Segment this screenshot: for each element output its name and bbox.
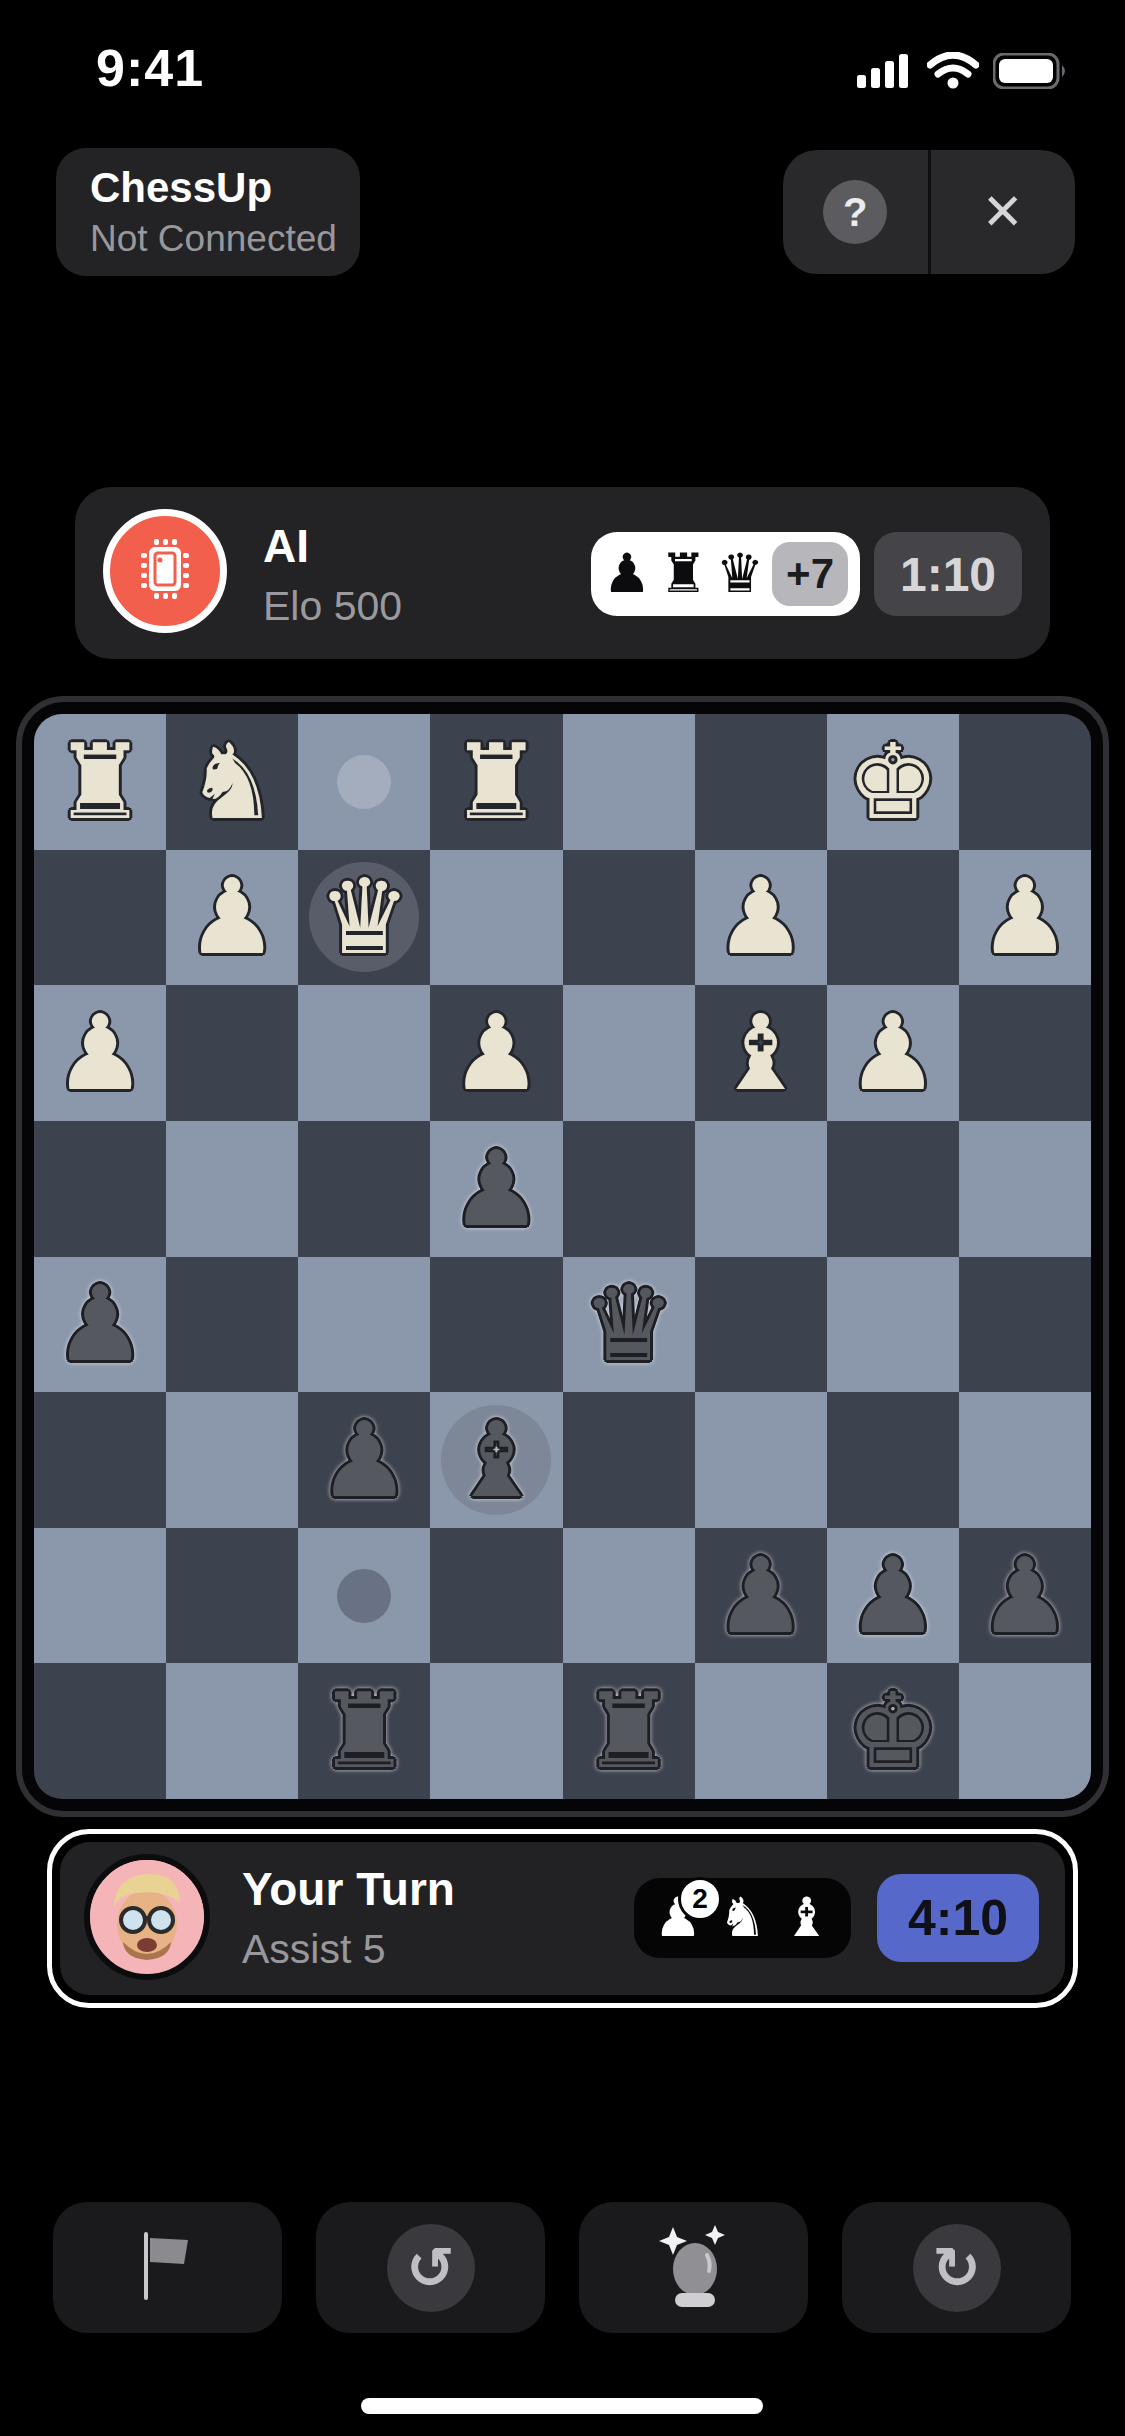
square-f1[interactable] xyxy=(298,714,430,850)
square-c1[interactable] xyxy=(695,714,827,850)
square-c3[interactable]: ♝ xyxy=(695,985,827,1121)
redo-arrow-icon: ↻ xyxy=(913,2224,1001,2312)
white-knight: ♞ xyxy=(186,730,279,834)
square-d1[interactable] xyxy=(563,714,695,850)
wifi-icon xyxy=(927,52,979,94)
square-h2[interactable] xyxy=(34,850,166,986)
square-e1[interactable]: ♜ xyxy=(430,714,562,850)
captured-black-queen-icon: ♛ xyxy=(716,547,764,601)
player-avatar xyxy=(84,1854,210,1980)
square-f7[interactable] xyxy=(298,1528,430,1664)
square-e6[interactable]: ♝ xyxy=(430,1392,562,1528)
white-pawn: ♟ xyxy=(53,1001,146,1105)
square-e7[interactable] xyxy=(430,1528,562,1664)
square-d4[interactable] xyxy=(563,1121,695,1257)
square-d6[interactable] xyxy=(563,1392,695,1528)
captured-black-pawn-icon: ♟ xyxy=(603,547,651,601)
game-toolbar: ↺ ↻ xyxy=(53,2202,1072,2333)
pawn-count-badge: 2 xyxy=(678,1877,722,1921)
player-card-active-outline: Your Turn Assist 5 ♟ 2 ♞ ♝ 4:10 xyxy=(47,1829,1078,2008)
square-a6[interactable] xyxy=(959,1392,1091,1528)
square-g2[interactable]: ♟ xyxy=(166,850,298,986)
square-f8[interactable]: ♜ xyxy=(298,1663,430,1799)
undo-arrow-icon: ↺ xyxy=(387,2224,475,2312)
square-g6[interactable] xyxy=(166,1392,298,1528)
player-captured-tray: ♟ 2 ♞ ♝ xyxy=(634,1878,851,1958)
black-pawn: ♟ xyxy=(714,1544,807,1648)
material-advantage-badge: +7 xyxy=(772,542,848,606)
close-icon: ✕ xyxy=(982,183,1024,241)
white-pawn: ♟ xyxy=(186,865,279,969)
square-a2[interactable]: ♟ xyxy=(959,850,1091,986)
header-actions: ? ✕ xyxy=(783,150,1075,274)
opponent-avatar xyxy=(103,509,227,633)
player-clock: 4:10 xyxy=(877,1874,1039,1962)
opponent-name: AI xyxy=(263,519,309,573)
cpu-chip-icon xyxy=(132,536,198,606)
dot-dark-indicator xyxy=(337,1569,391,1623)
player-card: Your Turn Assist 5 ♟ 2 ♞ ♝ 4:10 xyxy=(60,1842,1065,1995)
square-g5[interactable] xyxy=(166,1257,298,1393)
square-h1[interactable]: ♜ xyxy=(34,714,166,850)
square-b7[interactable]: ♟ xyxy=(827,1528,959,1664)
square-h6[interactable] xyxy=(34,1392,166,1528)
black-pawn: ♟ xyxy=(846,1544,939,1648)
square-d5[interactable]: ♛ xyxy=(563,1257,695,1393)
square-g3[interactable] xyxy=(166,985,298,1121)
square-a3[interactable] xyxy=(959,985,1091,1121)
captured-white-knight-icon: ♞ xyxy=(718,1891,766,1945)
square-g4[interactable] xyxy=(166,1121,298,1257)
white-rook: ♜ xyxy=(450,730,543,834)
square-g1[interactable]: ♞ xyxy=(166,714,298,850)
opponent-rating: Elo 500 xyxy=(263,583,402,630)
help-button[interactable]: ? xyxy=(783,150,928,274)
square-a4[interactable] xyxy=(959,1121,1091,1257)
captured-black-rook-icon: ♜ xyxy=(659,547,707,601)
square-b1[interactable]: ♚ xyxy=(827,714,959,850)
memoji-face-icon xyxy=(90,1858,204,1976)
cellular-signal-icon xyxy=(857,53,913,93)
square-e3[interactable]: ♟ xyxy=(430,985,562,1121)
close-button[interactable]: ✕ xyxy=(931,150,1076,274)
black-pawn: ♟ xyxy=(318,1408,411,1512)
square-c8[interactable] xyxy=(695,1663,827,1799)
square-b2[interactable] xyxy=(827,850,959,986)
square-f6[interactable]: ♟ xyxy=(298,1392,430,1528)
square-g7[interactable] xyxy=(166,1528,298,1664)
square-g8[interactable] xyxy=(166,1663,298,1799)
device-status-pill[interactable]: ChessUp Not Connected xyxy=(56,148,360,276)
square-e8[interactable] xyxy=(430,1663,562,1799)
square-c6[interactable] xyxy=(695,1392,827,1528)
square-c4[interactable] xyxy=(695,1121,827,1257)
hint-button[interactable] xyxy=(579,2202,808,2333)
opponent-clock: 1:10 xyxy=(874,532,1022,616)
redo-button[interactable]: ↻ xyxy=(842,2202,1071,2333)
white-pawn: ♟ xyxy=(846,1001,939,1105)
white-pawn: ♟ xyxy=(714,865,807,969)
square-b3[interactable]: ♟ xyxy=(827,985,959,1121)
square-c2[interactable]: ♟ xyxy=(695,850,827,986)
connection-status: Not Connected xyxy=(90,218,360,260)
question-mark-icon: ? xyxy=(823,180,887,244)
battery-icon xyxy=(993,53,1069,93)
square-h5[interactable]: ♟ xyxy=(34,1257,166,1393)
undo-button[interactable]: ↺ xyxy=(316,2202,545,2333)
resign-button[interactable] xyxy=(53,2202,282,2333)
black-rook: ♜ xyxy=(582,1679,675,1783)
square-h4[interactable] xyxy=(34,1121,166,1257)
chess-board-frame: ♜♞♜♚♟♛♟♟♟♟♝♟♟♟♛♟♝♟♟♟♜♜♚ xyxy=(16,696,1109,1817)
square-c7[interactable]: ♟ xyxy=(695,1528,827,1664)
square-b5[interactable] xyxy=(827,1257,959,1393)
square-f2[interactable]: ♛ xyxy=(298,850,430,986)
square-e5[interactable] xyxy=(430,1257,562,1393)
player-turn-label: Your Turn xyxy=(242,1862,455,1916)
square-a7[interactable]: ♟ xyxy=(959,1528,1091,1664)
black-pawn: ♟ xyxy=(450,1137,543,1241)
square-e4[interactable]: ♟ xyxy=(430,1121,562,1257)
opponent-card: AI Elo 500 ♟ ♜ ♛ +7 1:10 xyxy=(75,487,1050,659)
square-f3[interactable] xyxy=(298,985,430,1121)
square-h8[interactable] xyxy=(34,1663,166,1799)
square-d7[interactable] xyxy=(563,1528,695,1664)
white-queen: ♛ xyxy=(318,865,411,969)
dot-light-indicator xyxy=(337,755,391,809)
captured-white-pawn-group: ♟ 2 xyxy=(654,1891,702,1945)
square-f5[interactable] xyxy=(298,1257,430,1393)
white-king: ♚ xyxy=(846,730,939,834)
chess-board: ♜♞♜♚♟♛♟♟♟♟♝♟♟♟♛♟♝♟♟♟♜♜♚ xyxy=(34,714,1091,1799)
white-rook: ♜ xyxy=(53,730,146,834)
square-b6[interactable] xyxy=(827,1392,959,1528)
square-b4[interactable] xyxy=(827,1121,959,1257)
square-d8[interactable]: ♜ xyxy=(563,1663,695,1799)
white-pawn: ♟ xyxy=(978,865,1071,969)
black-rook: ♜ xyxy=(318,1679,411,1783)
black-king: ♚ xyxy=(846,1679,939,1783)
white-pawn: ♟ xyxy=(450,1001,543,1105)
flag-icon xyxy=(136,2230,200,2305)
player-assist-label: Assist 5 xyxy=(242,1926,386,1973)
home-indicator[interactable] xyxy=(361,2398,763,2414)
black-pawn: ♟ xyxy=(53,1272,146,1376)
black-bishop: ♝ xyxy=(450,1408,543,1512)
square-b8[interactable]: ♚ xyxy=(827,1663,959,1799)
square-e2[interactable] xyxy=(430,850,562,986)
chessup-game-screen: 9:41 ChessUp Not xyxy=(0,0,1125,2436)
crystal-ball-icon xyxy=(651,2223,737,2312)
square-a1[interactable] xyxy=(959,714,1091,850)
square-d2[interactable] xyxy=(563,850,695,986)
white-bishop: ♝ xyxy=(714,1001,807,1105)
square-a8[interactable] xyxy=(959,1663,1091,1799)
black-queen: ♛ xyxy=(582,1272,675,1376)
black-pawn: ♟ xyxy=(978,1544,1071,1648)
square-h7[interactable] xyxy=(34,1528,166,1664)
status-icons xyxy=(857,52,1069,94)
square-f4[interactable] xyxy=(298,1121,430,1257)
captured-white-bishop-icon: ♝ xyxy=(783,1891,831,1945)
square-c5[interactable] xyxy=(695,1257,827,1393)
device-name: ChessUp xyxy=(90,164,360,212)
status-time: 9:41 xyxy=(96,38,204,98)
square-d3[interactable] xyxy=(563,985,695,1121)
opponent-captured-tray: ♟ ♜ ♛ +7 xyxy=(591,532,860,616)
square-a5[interactable] xyxy=(959,1257,1091,1393)
square-h3[interactable]: ♟ xyxy=(34,985,166,1121)
